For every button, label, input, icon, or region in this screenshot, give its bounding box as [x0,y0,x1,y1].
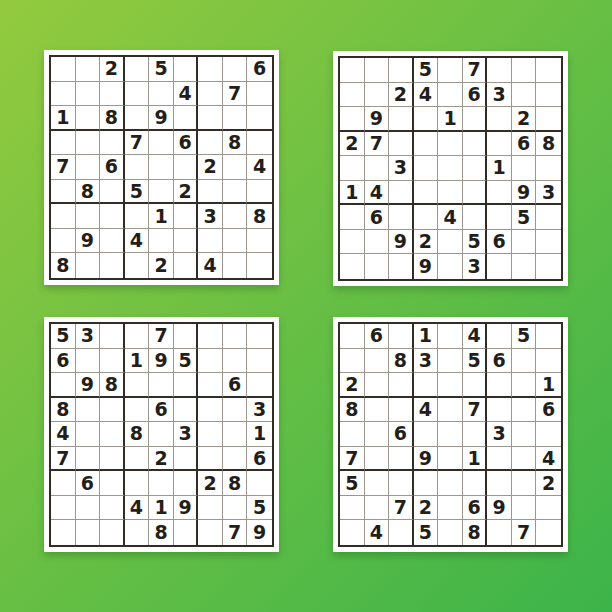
cell-r8c2: 9 [76,229,101,254]
cell-r2c8[interactable] [223,349,248,374]
cell-r4c7[interactable] [198,131,223,156]
cell-r8c9[interactable] [247,229,272,254]
cell-r3c3[interactable] [389,107,414,132]
cell-r4c3[interactable] [100,398,125,423]
cell-r4c5[interactable] [438,398,463,423]
cell-r3c9[interactable] [247,373,272,398]
sudoku-card-bottom-left: 537619598686348317266284195879 [44,317,279,552]
cell-r1c4: 1 [414,324,439,349]
cell-r3c8[interactable] [512,373,537,398]
cell-r9c8: 7 [223,520,248,545]
cell-r9c4[interactable] [125,520,150,545]
cell-r4c8[interactable] [512,398,537,423]
cell-r3c9[interactable] [247,106,272,131]
cell-r2c2[interactable] [365,83,390,108]
cell-r6c7[interactable] [198,180,223,205]
cell-r1c4: 5 [414,58,439,83]
cell-r9c9[interactable] [536,520,561,545]
cell-r3c1[interactable] [51,373,76,398]
cell-r3c6[interactable] [174,373,199,398]
cell-r9c9: 9 [247,520,272,545]
cell-r8c1[interactable] [340,496,365,521]
cell-r9c2: 4 [365,520,390,545]
cell-r4c6: 6 [174,131,199,156]
cell-r9c8: 7 [512,520,537,545]
cell-r4c6[interactable] [174,398,199,423]
cell-r1c1[interactable] [340,58,365,83]
cell-r4c7[interactable] [487,398,512,423]
cell-r5c8[interactable] [223,155,248,180]
cell-r7c4[interactable] [414,205,439,230]
cell-r7c7[interactable] [487,205,512,230]
cell-r9c2[interactable] [76,520,101,545]
cell-r5c9: 4 [247,155,272,180]
cell-r7c9: 8 [247,204,272,229]
cell-r2c8[interactable] [512,349,537,374]
cell-r6c4[interactable] [125,447,150,472]
cell-r8c4: 4 [125,229,150,254]
cell-r3c6[interactable] [463,373,488,398]
cell-r6c4: 9 [414,447,439,472]
cell-r2c4: 4 [414,83,439,108]
cell-r5c3[interactable] [100,422,125,447]
cell-r1c7[interactable] [198,324,223,349]
cell-r8c9[interactable] [536,496,561,521]
cell-r3c7[interactable] [198,373,223,398]
cell-r7c4[interactable] [125,204,150,229]
cell-r4c7[interactable] [487,132,512,157]
cell-r6c2[interactable] [76,447,101,472]
cell-r8c1[interactable] [340,230,365,255]
cell-r6c6: 1 [463,447,488,472]
cell-r3c8: 2 [512,107,537,132]
cell-r6c3[interactable] [100,447,125,472]
cell-r3c2[interactable] [365,373,390,398]
cell-r2c1[interactable] [51,82,76,107]
cell-r9c9[interactable] [536,254,561,279]
cell-r4c4: 7 [125,131,150,156]
cell-r2c1: 6 [51,349,76,374]
cell-r6c9: 3 [536,181,561,206]
cell-r3c3[interactable] [389,373,414,398]
cell-r4c3[interactable] [389,398,414,423]
cell-r4c5: 6 [149,398,174,423]
cell-r9c3[interactable] [100,520,125,545]
cell-r4c3[interactable] [389,132,414,157]
cell-r3c5[interactable] [149,373,174,398]
cell-r5c7: 1 [487,156,512,181]
background: 25647189768762485213894824 5724639122768… [0,0,612,612]
cell-r2c7[interactable] [198,82,223,107]
cell-r1c8[interactable] [223,324,248,349]
cell-r8c9[interactable] [536,230,561,255]
cell-r6c8[interactable] [223,180,248,205]
cell-r9c4[interactable] [125,253,150,278]
cell-r4c4[interactable] [125,398,150,423]
cell-r2c8[interactable] [512,83,537,108]
cell-r4c1: 2 [340,132,365,157]
cell-r5c6[interactable] [463,156,488,181]
cell-r6c7[interactable] [198,447,223,472]
cell-r6c9[interactable] [247,180,272,205]
cell-r3c2: 9 [76,373,101,398]
cell-r7c8: 8 [223,471,248,496]
cell-r3c8: 6 [223,373,248,398]
cell-r9c2[interactable] [365,254,390,279]
cell-r3c7[interactable] [198,106,223,131]
cell-r2c3[interactable] [100,349,125,374]
cell-r4c1: 8 [340,398,365,423]
cell-r6c5[interactable] [149,180,174,205]
cell-r8c2[interactable] [76,496,101,521]
cell-r6c1: 7 [51,447,76,472]
cell-r9c1[interactable] [340,520,365,545]
cell-r5c3: 6 [100,155,125,180]
cell-r9c5[interactable] [438,520,463,545]
cell-r8c4: 2 [414,496,439,521]
cell-r8c2[interactable] [365,496,390,521]
cell-r2c9[interactable] [536,83,561,108]
cell-r5c7[interactable] [198,422,223,447]
cell-r7c8: 5 [512,205,537,230]
cell-r2c5[interactable] [438,349,463,374]
cell-r7c1[interactable] [51,471,76,496]
cell-r3c4[interactable] [125,373,150,398]
cell-r1c2[interactable] [365,58,390,83]
cell-r7c8[interactable] [223,204,248,229]
cell-r7c4[interactable] [414,471,439,496]
cell-r3c2[interactable] [76,106,101,131]
cell-r4c9[interactable] [247,131,272,156]
cell-r5c9[interactable] [536,422,561,447]
cell-r3c1: 2 [340,373,365,398]
cell-r6c2: 8 [76,180,101,205]
cell-r6c7[interactable] [487,181,512,206]
cell-r5c7: 2 [198,155,223,180]
cell-r5c5[interactable] [438,156,463,181]
cell-r9c3[interactable] [389,520,414,545]
cell-r8c8[interactable] [512,230,537,255]
cell-r1c5[interactable] [438,324,463,349]
cell-r1c7[interactable] [198,57,223,82]
cell-r2c9[interactable] [247,82,272,107]
cell-r5c8[interactable] [223,422,248,447]
cell-r3c3: 8 [100,106,125,131]
cell-r8c5[interactable] [149,229,174,254]
cell-r4c8[interactable] [223,398,248,423]
cell-r9c7[interactable] [487,254,512,279]
cell-r7c7[interactable] [487,471,512,496]
cell-r4c4[interactable] [414,132,439,157]
cell-r7c6[interactable] [174,471,199,496]
cell-r3c8[interactable] [223,106,248,131]
cell-r8c3[interactable] [100,229,125,254]
cell-r6c4: 5 [125,180,150,205]
cell-r3c4[interactable] [414,373,439,398]
cell-r7c8[interactable] [512,471,537,496]
cell-r5c3: 6 [389,422,414,447]
cell-r9c5: 8 [149,520,174,545]
cell-r6c5[interactable] [438,447,463,472]
cell-r4c2: 7 [365,132,390,157]
cell-r5c2[interactable] [365,422,390,447]
cell-r3c4[interactable] [125,106,150,131]
cell-r8c1[interactable] [51,496,76,521]
cell-r8c6: 9 [174,496,199,521]
cell-r6c3[interactable] [389,181,414,206]
cell-r4c1[interactable] [51,131,76,156]
cell-r1c9[interactable] [536,58,561,83]
cell-r6c5: 2 [149,447,174,472]
cell-r1c7[interactable] [487,58,512,83]
cell-r5c8[interactable] [512,422,537,447]
cell-r3c5[interactable] [438,373,463,398]
cell-r2c2[interactable] [76,349,101,374]
cell-r9c4: 5 [414,520,439,545]
cell-r3c5: 1 [438,107,463,132]
cell-r4c5[interactable] [438,132,463,157]
cell-r2c6: 5 [174,349,199,374]
cell-r9c5: 2 [149,253,174,278]
cell-r7c5[interactable] [149,471,174,496]
cell-r1c9: 6 [247,57,272,82]
cell-r2c5[interactable] [438,83,463,108]
cell-r5c4[interactable] [125,155,150,180]
cell-r1c2[interactable] [76,57,101,82]
cell-r6c2[interactable] [365,447,390,472]
cell-r9c6[interactable] [174,520,199,545]
cell-r8c7[interactable] [198,229,223,254]
cell-r4c6[interactable] [463,132,488,157]
cell-r8c3[interactable] [100,496,125,521]
sudoku-board-top-right: 5724639122768311493645925693 [338,56,563,281]
cell-r9c7[interactable] [198,520,223,545]
cell-r6c4[interactable] [414,181,439,206]
cell-r4c2[interactable] [76,398,101,423]
cell-r2c6: 5 [463,349,488,374]
cell-r2c6: 4 [174,82,199,107]
cell-r4c7[interactable] [198,398,223,423]
cell-r2c7[interactable] [198,349,223,374]
cell-r9c9[interactable] [247,253,272,278]
cell-r6c7[interactable] [487,447,512,472]
sudoku-board-top-left: 25647189768762485213894824 [49,55,274,280]
cell-r9c6: 8 [463,520,488,545]
cell-r2c1[interactable] [340,83,365,108]
cell-r6c1: 1 [340,181,365,206]
cell-r1c1[interactable] [51,57,76,82]
cell-r5c3: 3 [389,156,414,181]
cell-r5c6[interactable] [463,422,488,447]
cell-r4c2[interactable] [365,398,390,423]
cell-r9c8[interactable] [223,253,248,278]
cell-r1c3[interactable] [389,324,414,349]
cell-r6c5[interactable] [438,181,463,206]
cell-r7c3[interactable] [100,471,125,496]
cell-r1c1: 5 [51,324,76,349]
cell-r1c7[interactable] [487,324,512,349]
cell-r7c1: 5 [340,471,365,496]
cell-r1c6[interactable] [174,57,199,82]
cell-r1c8: 5 [512,324,537,349]
cell-r5c1[interactable] [340,156,365,181]
cell-r5c2[interactable] [76,155,101,180]
cell-r8c6[interactable] [174,229,199,254]
cell-r7c7: 3 [198,204,223,229]
cell-r8c1[interactable] [51,229,76,254]
sudoku-card-top-right: 5724639122768311493645925693 [333,51,568,286]
cell-r8c8[interactable] [223,229,248,254]
cell-r2c7: 6 [487,349,512,374]
cell-r2c1[interactable] [340,349,365,374]
cell-r1c8[interactable] [223,57,248,82]
cell-r8c7: 6 [487,230,512,255]
cell-r7c5[interactable] [438,471,463,496]
cell-r4c2[interactable] [76,131,101,156]
cell-r8c6: 5 [463,230,488,255]
cell-r8c7[interactable] [198,496,223,521]
cell-r7c2[interactable] [76,204,101,229]
cell-r9c8[interactable] [512,254,537,279]
cell-r7c9[interactable] [536,205,561,230]
cell-r5c6[interactable] [174,155,199,180]
cell-r1c6: 7 [463,58,488,83]
cell-r4c3[interactable] [100,131,125,156]
cell-r1c5[interactable] [438,58,463,83]
cell-r5c8[interactable] [512,156,537,181]
cell-r5c1: 4 [51,422,76,447]
cell-r7c6[interactable] [463,205,488,230]
cell-r6c1: 7 [340,447,365,472]
cell-r1c4[interactable] [125,324,150,349]
cell-r1c6[interactable] [174,324,199,349]
cell-r3c7[interactable] [487,107,512,132]
cell-r6c1[interactable] [51,180,76,205]
cell-r3c9[interactable] [536,107,561,132]
cell-r1c9[interactable] [247,324,272,349]
cell-r4c9: 6 [536,398,561,423]
cell-r3c4[interactable] [414,107,439,132]
cell-r9c3[interactable] [389,254,414,279]
cell-r5c1: 7 [51,155,76,180]
cell-r8c8[interactable] [512,496,537,521]
cell-r1c9[interactable] [536,324,561,349]
cell-r2c9[interactable] [536,349,561,374]
cell-r2c5: 9 [149,349,174,374]
cell-r8c5[interactable] [438,230,463,255]
cell-r9c7[interactable] [487,520,512,545]
cell-r3c1[interactable] [340,107,365,132]
cell-r6c8[interactable] [223,447,248,472]
cell-r5c5[interactable] [438,422,463,447]
cell-r6c8[interactable] [512,447,537,472]
cell-r1c4[interactable] [125,57,150,82]
cell-r8c7: 9 [487,496,512,521]
cell-r2c2[interactable] [76,82,101,107]
cell-r6c3[interactable] [389,447,414,472]
cell-r3c1: 1 [51,106,76,131]
cell-r7c6[interactable] [174,204,199,229]
cell-r7c4[interactable] [125,471,150,496]
cell-r6c3[interactable] [100,180,125,205]
cell-r9c5[interactable] [438,254,463,279]
cell-r9c1[interactable] [340,254,365,279]
cell-r3c6[interactable] [463,107,488,132]
cell-r7c3[interactable] [389,471,414,496]
cell-r2c3[interactable] [100,82,125,107]
cell-r8c8[interactable] [223,496,248,521]
cell-r5c7: 3 [487,422,512,447]
cell-r5c2[interactable] [365,156,390,181]
cell-r3c7[interactable] [487,373,512,398]
cell-r5c5[interactable] [149,422,174,447]
cell-r7c1[interactable] [51,204,76,229]
cell-r5c9[interactable] [536,156,561,181]
cell-r9c2[interactable] [76,253,101,278]
cell-r4c8: 8 [223,131,248,156]
cell-r5c1[interactable] [340,422,365,447]
cell-r1c2: 3 [76,324,101,349]
cell-r7c2: 6 [365,205,390,230]
cell-r3c6[interactable] [174,106,199,131]
cell-r6c9: 6 [247,447,272,472]
cell-r1c2: 6 [365,324,390,349]
cell-r7c3[interactable] [100,204,125,229]
sudoku-card-top-left: 25647189768762485213894824 [44,50,279,285]
cell-r2c8: 7 [223,82,248,107]
cell-r2c5[interactable] [149,82,174,107]
cell-r9c6[interactable] [174,253,199,278]
cell-r1c5: 7 [149,324,174,349]
cell-r2c4: 1 [125,349,150,374]
cell-r1c3[interactable] [100,324,125,349]
cell-r2c4[interactable] [125,82,150,107]
cell-r9c3[interactable] [100,253,125,278]
cell-r7c9[interactable] [247,471,272,496]
cell-r9c4: 9 [414,254,439,279]
cell-r7c3[interactable] [389,205,414,230]
cell-r3c9: 1 [536,373,561,398]
cell-r8c5[interactable] [438,496,463,521]
cell-r1c8[interactable] [512,58,537,83]
cell-r5c4[interactable] [414,156,439,181]
cell-r3c2: 9 [365,107,390,132]
cell-r4c8: 6 [512,132,537,157]
cell-r4c5[interactable] [149,131,174,156]
cell-r9c1[interactable] [51,520,76,545]
cell-r5c5[interactable] [149,155,174,180]
cell-r5c4[interactable] [414,422,439,447]
cell-r1c1[interactable] [340,324,365,349]
cell-r3c5: 9 [149,106,174,131]
cell-r4c6: 7 [463,398,488,423]
cell-r7c2[interactable] [365,471,390,496]
cell-r6c6[interactable] [174,447,199,472]
cell-r2c9[interactable] [247,349,272,374]
cell-r5c2[interactable] [76,422,101,447]
cell-r7c7: 2 [198,471,223,496]
cell-r7c1[interactable] [340,205,365,230]
cell-r4c4: 4 [414,398,439,423]
sudoku-board-bottom-left: 537619598686348317266284195879 [49,322,274,547]
cell-r6c6[interactable] [463,181,488,206]
cell-r7c6[interactable] [463,471,488,496]
cell-r8c2[interactable] [365,230,390,255]
cell-r8c4: 2 [414,230,439,255]
cell-r2c2[interactable] [365,349,390,374]
cell-r1c3[interactable] [389,58,414,83]
cell-r2c3: 2 [389,83,414,108]
